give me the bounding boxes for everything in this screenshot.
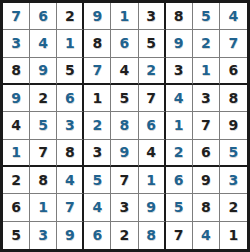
- sudoku-board: 7629138543418659278957423169261574384532…: [0, 0, 250, 252]
- cell-r1c2[interactable]: 6: [30, 3, 57, 30]
- cell-r6c1[interactable]: 1: [3, 140, 30, 167]
- cell-r2c5[interactable]: 6: [111, 30, 138, 57]
- cell-r5c9[interactable]: 9: [220, 112, 247, 139]
- cell-r7c3[interactable]: 4: [57, 167, 84, 194]
- cell-r8c4[interactable]: 4: [84, 194, 111, 221]
- cell-r9c9[interactable]: 1: [220, 222, 247, 249]
- cell-r7c5[interactable]: 7: [111, 167, 138, 194]
- cell-r6c6[interactable]: 4: [139, 140, 166, 167]
- cell-r1c7[interactable]: 8: [166, 3, 193, 30]
- cell-r7c6[interactable]: 1: [139, 167, 166, 194]
- cell-r1c1[interactable]: 7: [3, 3, 30, 30]
- cell-r1c8[interactable]: 5: [193, 3, 220, 30]
- cell-r5c6[interactable]: 6: [139, 112, 166, 139]
- cell-r8c3[interactable]: 7: [57, 194, 84, 221]
- cell-r4c6[interactable]: 7: [139, 85, 166, 112]
- cell-r4c1[interactable]: 9: [3, 85, 30, 112]
- cell-r4c3[interactable]: 6: [57, 85, 84, 112]
- cell-r8c6[interactable]: 9: [139, 194, 166, 221]
- cell-r5c5[interactable]: 8: [111, 112, 138, 139]
- cell-r4c4[interactable]: 1: [84, 85, 111, 112]
- cell-r6c5[interactable]: 9: [111, 140, 138, 167]
- cell-r2c7[interactable]: 9: [166, 30, 193, 57]
- cell-r9c8[interactable]: 4: [193, 222, 220, 249]
- cell-r3c6[interactable]: 2: [139, 58, 166, 85]
- cell-r7c1[interactable]: 2: [3, 167, 30, 194]
- cell-r5c8[interactable]: 7: [193, 112, 220, 139]
- cell-r6c7[interactable]: 2: [166, 140, 193, 167]
- cell-r2c3[interactable]: 1: [57, 30, 84, 57]
- cell-r6c9[interactable]: 5: [220, 140, 247, 167]
- cell-r3c9[interactable]: 6: [220, 58, 247, 85]
- cell-r2c8[interactable]: 2: [193, 30, 220, 57]
- cell-r2c6[interactable]: 5: [139, 30, 166, 57]
- cell-r3c3[interactable]: 5: [57, 58, 84, 85]
- cell-r9c4[interactable]: 6: [84, 222, 111, 249]
- cell-r4c5[interactable]: 5: [111, 85, 138, 112]
- cell-r3c8[interactable]: 1: [193, 58, 220, 85]
- cell-r8c2[interactable]: 1: [30, 194, 57, 221]
- cell-r1c9[interactable]: 4: [220, 3, 247, 30]
- cell-r5c7[interactable]: 1: [166, 112, 193, 139]
- cell-r8c7[interactable]: 5: [166, 194, 193, 221]
- cell-r5c4[interactable]: 2: [84, 112, 111, 139]
- cell-r7c8[interactable]: 9: [193, 167, 220, 194]
- cell-r9c6[interactable]: 8: [139, 222, 166, 249]
- cell-r3c2[interactable]: 9: [30, 58, 57, 85]
- cell-r6c8[interactable]: 6: [193, 140, 220, 167]
- cell-r9c1[interactable]: 5: [3, 222, 30, 249]
- cell-r8c5[interactable]: 3: [111, 194, 138, 221]
- cell-r5c3[interactable]: 3: [57, 112, 84, 139]
- cell-r5c2[interactable]: 5: [30, 112, 57, 139]
- cell-r2c2[interactable]: 4: [30, 30, 57, 57]
- cell-r8c1[interactable]: 6: [3, 194, 30, 221]
- cell-r8c9[interactable]: 2: [220, 194, 247, 221]
- cell-r2c9[interactable]: 7: [220, 30, 247, 57]
- cell-r6c4[interactable]: 3: [84, 140, 111, 167]
- cell-r4c8[interactable]: 3: [193, 85, 220, 112]
- cell-r2c4[interactable]: 8: [84, 30, 111, 57]
- cell-r3c7[interactable]: 3: [166, 58, 193, 85]
- cell-r7c9[interactable]: 3: [220, 167, 247, 194]
- cell-r4c7[interactable]: 4: [166, 85, 193, 112]
- cell-r2c1[interactable]: 3: [3, 30, 30, 57]
- cell-r7c2[interactable]: 8: [30, 167, 57, 194]
- cell-r4c9[interactable]: 8: [220, 85, 247, 112]
- cell-r1c4[interactable]: 9: [84, 3, 111, 30]
- cell-r9c5[interactable]: 2: [111, 222, 138, 249]
- cell-r9c7[interactable]: 7: [166, 222, 193, 249]
- cell-r1c3[interactable]: 2: [57, 3, 84, 30]
- cell-r5c1[interactable]: 4: [3, 112, 30, 139]
- cell-r3c1[interactable]: 8: [3, 58, 30, 85]
- cell-r1c6[interactable]: 3: [139, 3, 166, 30]
- cell-r6c3[interactable]: 8: [57, 140, 84, 167]
- cell-r8c8[interactable]: 8: [193, 194, 220, 221]
- cell-r7c7[interactable]: 6: [166, 167, 193, 194]
- cell-r4c2[interactable]: 2: [30, 85, 57, 112]
- cell-r6c2[interactable]: 7: [30, 140, 57, 167]
- cell-r9c3[interactable]: 9: [57, 222, 84, 249]
- cell-r3c4[interactable]: 7: [84, 58, 111, 85]
- cell-r9c2[interactable]: 3: [30, 222, 57, 249]
- cell-r1c5[interactable]: 1: [111, 3, 138, 30]
- cell-r7c4[interactable]: 5: [84, 167, 111, 194]
- cell-r3c5[interactable]: 4: [111, 58, 138, 85]
